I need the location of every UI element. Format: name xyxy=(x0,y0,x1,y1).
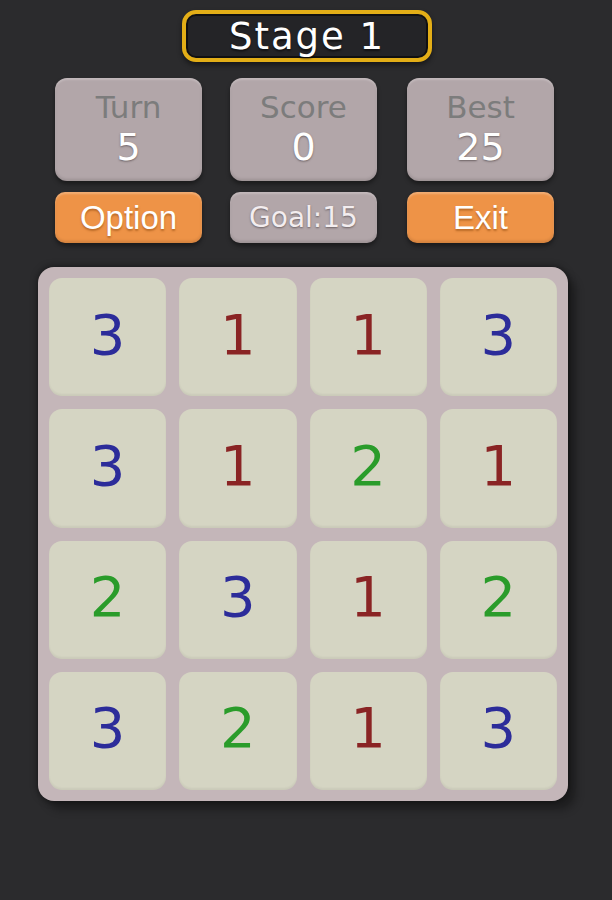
stage-title-box: Stage 1 xyxy=(182,10,432,62)
tile-r4c1[interactable]: 3 xyxy=(49,672,166,790)
tile-r4c3[interactable]: 1 xyxy=(310,672,427,790)
tile-r3c4[interactable]: 2 xyxy=(440,541,557,659)
score-panel: Score 0 xyxy=(230,78,377,181)
tile-r2c4[interactable]: 1 xyxy=(440,409,557,527)
goal-display: Goal:15 xyxy=(230,192,377,243)
tile-r1c1[interactable]: 3 xyxy=(49,278,166,396)
game-screen: Stage 1 Turn 5 Score 0 Best 25 Option Go… xyxy=(0,0,612,900)
tile-r2c3[interactable]: 2 xyxy=(310,409,427,527)
game-board: 3113312123123213 xyxy=(38,267,568,801)
tile-r3c3[interactable]: 1 xyxy=(310,541,427,659)
score-value: 0 xyxy=(291,128,315,168)
turn-value: 5 xyxy=(116,128,140,168)
exit-button[interactable]: Exit xyxy=(407,192,554,243)
tile-r3c1[interactable]: 2 xyxy=(49,541,166,659)
stage-title: Stage 1 xyxy=(229,15,385,58)
tile-r1c2[interactable]: 1 xyxy=(179,278,296,396)
tile-r2c2[interactable]: 1 xyxy=(179,409,296,527)
tile-r1c3[interactable]: 1 xyxy=(310,278,427,396)
best-panel: Best 25 xyxy=(407,78,554,181)
best-value: 25 xyxy=(456,128,504,168)
score-label: Score xyxy=(260,91,347,124)
tile-r3c2[interactable]: 3 xyxy=(179,541,296,659)
tile-r4c2[interactable]: 2 xyxy=(179,672,296,790)
tile-r4c4[interactable]: 3 xyxy=(440,672,557,790)
turn-panel: Turn 5 xyxy=(55,78,202,181)
turn-label: Turn xyxy=(96,91,162,124)
tile-r2c1[interactable]: 3 xyxy=(49,409,166,527)
best-label: Best xyxy=(446,91,515,124)
tile-r1c4[interactable]: 3 xyxy=(440,278,557,396)
option-button[interactable]: Option xyxy=(55,192,202,243)
